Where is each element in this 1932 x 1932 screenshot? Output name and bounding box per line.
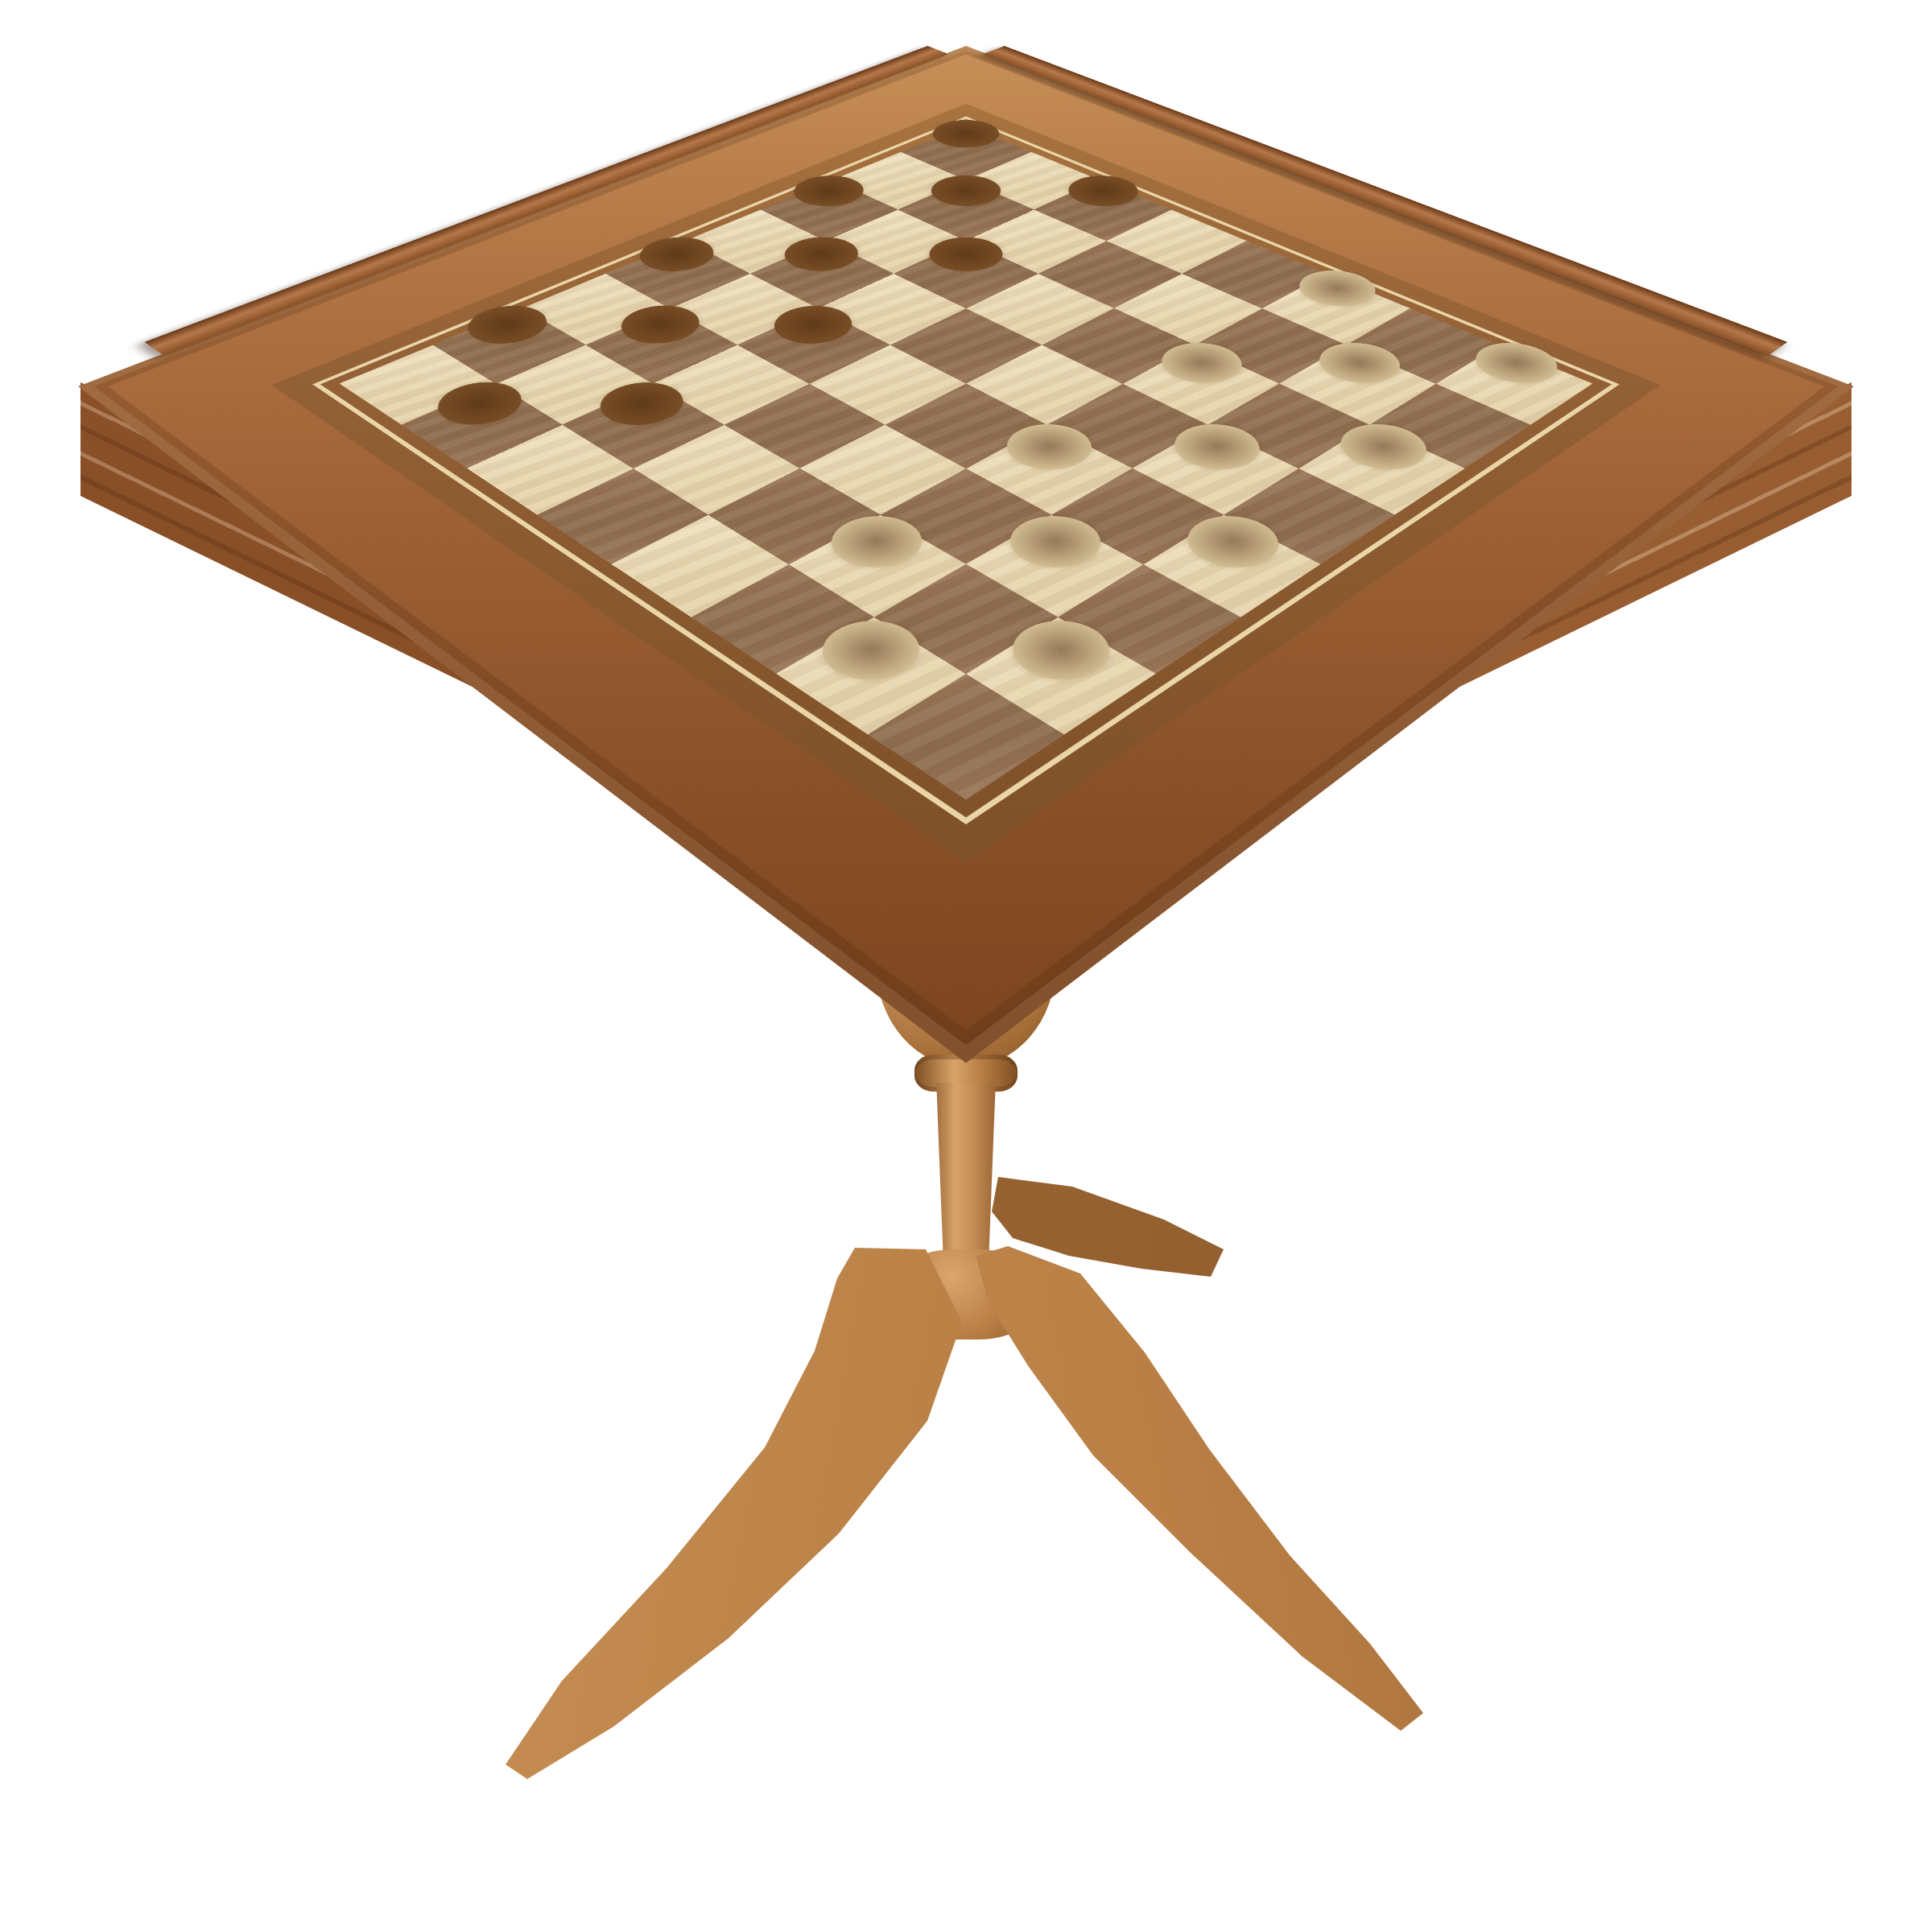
- light-checker-1-6[interactable]: [1303, 335, 1415, 391]
- square-6-5: [789, 514, 966, 617]
- table-top: [78, 46, 1854, 1063]
- square-3-6: [1133, 425, 1299, 515]
- photo-canvas: [0, 0, 1932, 1932]
- table-scene: [0, 0, 1932, 1932]
